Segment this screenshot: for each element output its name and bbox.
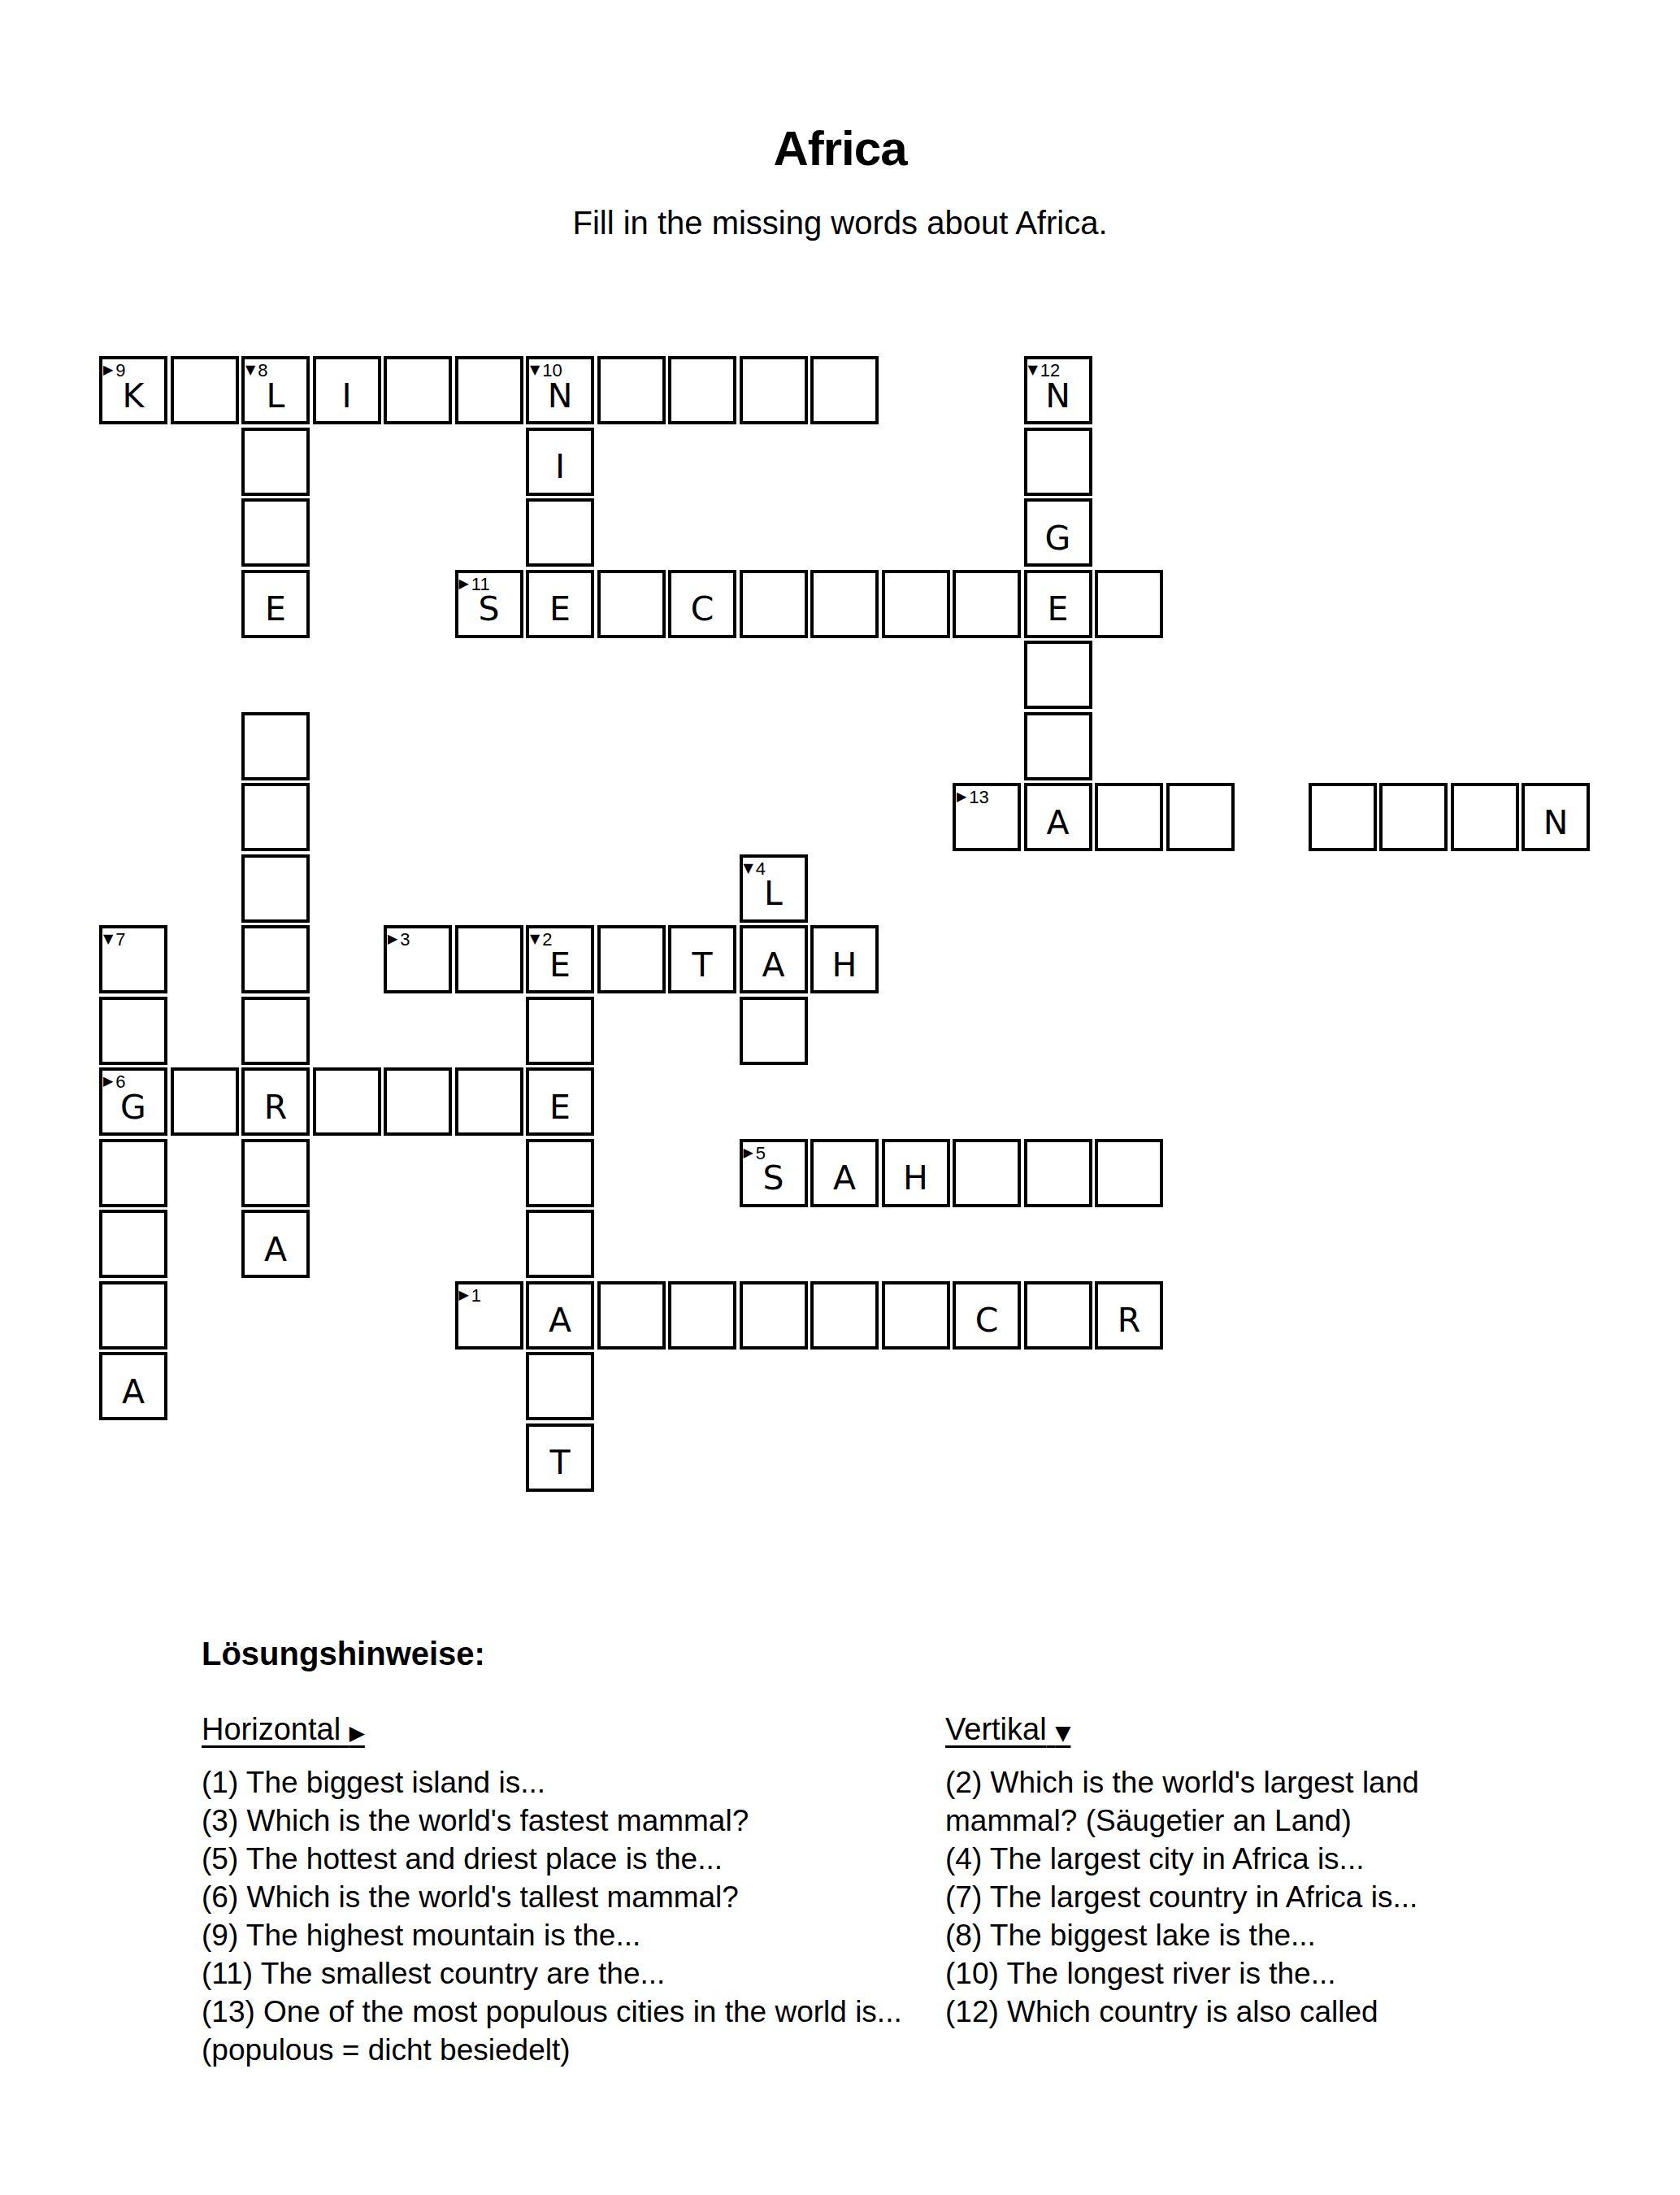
across-arrow-icon: ▶	[459, 577, 469, 590]
across-clue-list: (1) The biggest island is...(3) Which is…	[202, 1763, 937, 2069]
grid-cell[interactable]: E	[526, 570, 594, 638]
cell-letter: R	[1118, 1304, 1141, 1337]
grid-cell[interactable]	[1024, 641, 1092, 709]
across-header: Horizontal ▶	[202, 1710, 937, 1752]
clue-number-marker: ▼4	[744, 860, 766, 878]
grid-cell[interactable]	[1095, 570, 1163, 638]
grid-cell[interactable]: R	[1095, 1281, 1163, 1350]
grid-cell[interactable]	[1309, 783, 1377, 851]
down-header: Vertikal ▼	[945, 1710, 1526, 1752]
cell-letter: E	[549, 593, 571, 626]
grid-cell[interactable]	[455, 925, 523, 993]
grid-cell[interactable]	[668, 356, 736, 424]
clue: (1) The biggest island is...	[202, 1763, 937, 1802]
down-clues-column: Vertikal ▼ (2) Which is the world's larg…	[945, 1710, 1526, 2031]
down-arrow-icon: ▼	[103, 932, 113, 945]
page-title: Africa	[0, 120, 1680, 176]
grid-cell[interactable]	[455, 356, 523, 424]
clue: (9) The highest mountain is the...	[202, 1916, 937, 1954]
grid-cell[interactable]	[241, 428, 310, 496]
down-arrow-icon: ▼	[245, 363, 255, 376]
grid-cell[interactable]	[241, 783, 310, 851]
clue: (4) The largest city in Africa is...	[945, 1840, 1526, 1878]
across-clues-column: Horizontal ▶ (1) The biggest island is..…	[202, 1710, 937, 2069]
cell-letter: A	[264, 1233, 287, 1267]
grid-cell[interactable]: ▶5S	[740, 1139, 808, 1207]
grid-cell[interactable]: ▼2E	[526, 925, 594, 993]
clue-number-marker: ▶11	[459, 576, 490, 593]
across-arrow-icon: ▶	[459, 1289, 469, 1302]
clue-number: 11	[471, 576, 490, 593]
grid-cell[interactable]	[526, 498, 594, 567]
clue: (7) The largest country in Africa is...	[945, 1878, 1526, 1916]
clue-number-marker: ▶1	[459, 1287, 482, 1305]
cell-letter: N	[1045, 380, 1070, 413]
down-arrow-icon: ▼	[530, 363, 540, 376]
clue: (11) The smallest country are the...	[202, 1954, 937, 1993]
grid-cell[interactable]	[597, 1281, 666, 1350]
grid-cell[interactable]	[99, 1139, 167, 1207]
grid-cell[interactable]	[882, 1281, 950, 1350]
grid-cell[interactable]: C	[953, 1281, 1021, 1350]
clue: (2) Which is the world's largest land ma…	[945, 1763, 1526, 1840]
grid-cell[interactable]: A	[1024, 783, 1092, 851]
grid-cell[interactable]	[810, 1281, 879, 1350]
grid-cell[interactable]: T	[526, 1423, 594, 1492]
grid-cell[interactable]	[668, 1281, 736, 1350]
grid-cell[interactable]: C	[668, 570, 736, 638]
cell-letter: A	[122, 1376, 145, 1409]
clue-number-marker: ▼2	[530, 931, 553, 949]
worksheet-page: { "game": "crossword", "title": "Africa"…	[0, 0, 1680, 2195]
grid-cell[interactable]	[1095, 783, 1163, 851]
clue: (13) One of the most populous cities in …	[202, 1993, 937, 2069]
grid-cell[interactable]: H	[882, 1139, 950, 1207]
grid-cell[interactable]	[526, 997, 594, 1065]
grid-cell[interactable]: ▶13	[953, 783, 1021, 851]
grid-cell[interactable]: E	[241, 570, 310, 638]
grid-cell[interactable]	[597, 356, 666, 424]
page-subtitle: Fill in the missing words about Africa.	[0, 205, 1680, 241]
cell-letter: H	[903, 1162, 928, 1195]
clue-number-marker: ▶9	[103, 362, 126, 380]
down-arrow-icon: ▼	[744, 862, 753, 875]
legend-heading: Lösungshinweise:	[202, 1636, 485, 1672]
clue-number: 5	[756, 1145, 766, 1163]
cell-letter: G	[120, 1091, 146, 1124]
grid-cell[interactable]: ▶9K	[99, 356, 167, 424]
grid-cell[interactable]: A	[740, 925, 808, 993]
grid-cell[interactable]	[1024, 712, 1092, 780]
clue-number: 4	[756, 860, 766, 878]
grid-cell[interactable]	[882, 570, 950, 638]
cell-letter: H	[832, 949, 857, 982]
clue: (8) The biggest lake is the...	[945, 1916, 1526, 1954]
clue-number: 2	[542, 931, 552, 949]
grid-cell[interactable]	[810, 570, 879, 638]
grid-cell[interactable]	[1024, 1139, 1092, 1207]
grid-cell[interactable]: ▼10N	[526, 356, 594, 424]
grid-cell[interactable]	[99, 1210, 167, 1278]
cell-letter: L	[764, 877, 783, 911]
across-arrow-icon: ▶	[744, 1146, 753, 1159]
grid-cell[interactable]: A	[810, 1139, 879, 1207]
grid-cell[interactable]	[740, 570, 808, 638]
cell-letter: L	[267, 380, 285, 413]
clue-number-marker: ▼12	[1028, 362, 1061, 380]
clue-number-marker: ▼10	[530, 362, 562, 380]
grid-cell[interactable]	[1095, 1139, 1163, 1207]
grid-cell[interactable]: R	[241, 1067, 310, 1136]
cell-letter: S	[478, 593, 499, 626]
down-arrow-icon: ▼	[1055, 1721, 1070, 1745]
grid-cell[interactable]	[313, 1067, 381, 1136]
across-header-label: Horizontal	[202, 1712, 341, 1746]
grid-cell[interactable]: E	[526, 1067, 594, 1136]
cell-letter: K	[123, 380, 145, 413]
clue-number: 7	[115, 931, 125, 949]
grid-cell[interactable]: ▶3	[384, 925, 452, 993]
grid-cell[interactable]	[99, 1281, 167, 1350]
across-arrow-icon: ▶	[957, 790, 966, 803]
grid-cell[interactable]	[241, 712, 310, 780]
clue-number-marker: ▶13	[957, 789, 989, 806]
across-arrow-icon: ▶	[103, 1075, 113, 1088]
clue-number: 10	[542, 362, 562, 380]
grid-cell[interactable]	[526, 1139, 594, 1207]
grid-cell[interactable]	[1379, 783, 1448, 851]
grid-cell[interactable]	[171, 356, 239, 424]
cell-letter: N	[1543, 806, 1569, 840]
grid-cell[interactable]: A	[99, 1352, 167, 1420]
clue: (3) Which is the world's fastest mammal?	[202, 1802, 937, 1840]
clue-number: 8	[258, 362, 267, 380]
cell-letter: C	[975, 1304, 999, 1337]
down-arrow-icon: ▼	[1028, 363, 1038, 376]
grid-cell[interactable]: A	[241, 1210, 310, 1278]
clue: (6) Which is the world's tallest mammal?	[202, 1878, 937, 1916]
grid-cell[interactable]	[1451, 783, 1519, 851]
across-arrow-icon: ▶	[388, 932, 397, 945]
grid-cell[interactable]: ▼12N	[1024, 356, 1092, 424]
grid-cell[interactable]	[1024, 1281, 1092, 1350]
grid-cell[interactable]: G	[1024, 498, 1092, 567]
grid-cell[interactable]	[99, 997, 167, 1065]
grid-cell[interactable]	[740, 356, 808, 424]
clue-number: 13	[969, 789, 988, 806]
cell-letter: E	[549, 1091, 571, 1124]
grid-cell[interactable]	[526, 1210, 594, 1278]
grid-cell[interactable]: T	[668, 925, 736, 993]
cell-letter: I	[555, 450, 565, 484]
cell-letter: E	[265, 593, 286, 626]
grid-cell[interactable]: ▶1	[455, 1281, 523, 1350]
grid-cell[interactable]	[455, 1067, 523, 1136]
cell-letter: N	[548, 380, 573, 413]
grid-cell[interactable]: H	[810, 925, 879, 993]
clue-number: 12	[1040, 362, 1060, 380]
grid-cell[interactable]	[597, 925, 666, 993]
grid-cell[interactable]	[241, 925, 310, 993]
down-header-label: Vertikal	[945, 1712, 1047, 1746]
grid-cell[interactable]	[1166, 783, 1235, 851]
grid-cell[interactable]	[810, 356, 879, 424]
clue: (10) The longest river is the...	[945, 1954, 1526, 1993]
cell-letter: T	[692, 949, 712, 982]
grid-cell[interactable]	[740, 997, 808, 1065]
clue-number: 3	[400, 931, 410, 949]
cell-letter: A	[1046, 806, 1069, 840]
grid-cell[interactable]	[597, 570, 666, 638]
grid-cell[interactable]	[1024, 428, 1092, 496]
across-arrow-icon: ▶	[103, 363, 113, 376]
cell-letter: I	[341, 380, 351, 413]
clue-number-marker: ▼7	[103, 931, 126, 949]
cell-letter: E	[1048, 593, 1069, 626]
grid-cell[interactable]	[953, 1139, 1021, 1207]
down-clue-list: (2) Which is the world's largest land ma…	[945, 1763, 1526, 2031]
grid-cell[interactable]: I	[526, 428, 594, 496]
across-arrow-icon: ▶	[349, 1721, 365, 1745]
down-arrow-icon: ▼	[530, 932, 540, 945]
grid-cell[interactable]	[171, 1067, 239, 1136]
grid-cell[interactable]: A	[526, 1281, 594, 1350]
grid-cell[interactable]: E	[1024, 570, 1092, 638]
cell-letter: G	[1045, 522, 1071, 555]
grid-cell[interactable]: ▼4L	[740, 854, 808, 923]
cell-letter: A	[762, 949, 784, 982]
clue-number: 1	[471, 1287, 481, 1305]
clue-number-marker: ▶6	[103, 1073, 126, 1091]
cell-letter: C	[691, 593, 714, 626]
clue-number: 6	[115, 1073, 125, 1091]
cell-letter: S	[762, 1162, 784, 1195]
clue-number-marker: ▶3	[388, 931, 410, 949]
cell-letter: R	[264, 1091, 288, 1124]
clue-number: 9	[115, 362, 125, 380]
grid-cell[interactable]: ▼7	[99, 925, 167, 993]
grid-cell[interactable]: ▶11S	[455, 570, 523, 638]
grid-cell[interactable]	[384, 356, 452, 424]
clue-number-marker: ▶5	[744, 1145, 766, 1163]
grid-cell[interactable]	[384, 1067, 452, 1136]
grid-cell[interactable]	[740, 1281, 808, 1350]
grid-cell[interactable]: N	[1522, 783, 1590, 851]
grid-cell[interactable]: ▼8L	[241, 356, 310, 424]
clue: (12) Which country is also called	[945, 1993, 1526, 2031]
grid-cell[interactable]	[241, 498, 310, 567]
grid-cell[interactable]: I	[313, 356, 381, 424]
clue: (5) The hottest and driest place is the.…	[202, 1840, 937, 1878]
cell-letter: A	[833, 1162, 856, 1195]
grid-cell[interactable]	[241, 997, 310, 1065]
grid-cell[interactable]: ▶6G	[99, 1067, 167, 1136]
grid-cell[interactable]	[953, 570, 1021, 638]
cell-letter: A	[549, 1304, 571, 1337]
cell-letter: E	[549, 949, 571, 982]
grid-cell[interactable]	[526, 1352, 594, 1420]
cell-letter: T	[549, 1446, 570, 1480]
grid-cell[interactable]	[241, 854, 310, 923]
clue-number-marker: ▼8	[245, 362, 268, 380]
grid-cell[interactable]	[241, 1139, 310, 1207]
